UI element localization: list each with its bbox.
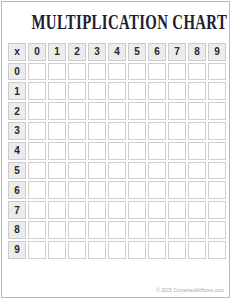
product-cell-r5-c6[interactable]	[148, 162, 166, 180]
product-cell-r6-c6[interactable]	[148, 181, 166, 199]
product-cell-r7-c3[interactable]	[88, 201, 106, 219]
product-cell-r0-c7[interactable]	[168, 63, 186, 81]
product-cell-r5-c2[interactable]	[68, 162, 86, 180]
product-cell-r1-c0[interactable]	[28, 82, 46, 100]
product-cell-r8-c7[interactable]	[168, 221, 186, 239]
product-cell-r9-c6[interactable]	[148, 241, 166, 259]
page-title: MULTIPLICATION CHART	[32, 8, 200, 36]
product-cell-r6-c9[interactable]	[208, 181, 226, 199]
col-header-cell-6: 6	[148, 43, 166, 61]
product-cell-r3-c0[interactable]	[28, 122, 46, 140]
product-cell-r3-c4[interactable]	[108, 122, 126, 140]
product-cell-r2-c7[interactable]	[168, 102, 186, 120]
col-header-cell-3: 3	[88, 43, 106, 61]
col-header-cell-0: 0	[28, 43, 46, 61]
product-cell-r7-c7[interactable]	[168, 201, 186, 219]
product-cell-r4-c3[interactable]	[88, 142, 106, 160]
product-cell-r9-c5[interactable]	[128, 241, 146, 259]
row-header-cell-4: 4	[8, 142, 26, 160]
product-cell-r0-c8[interactable]	[188, 63, 206, 81]
product-cell-r7-c5[interactable]	[128, 201, 146, 219]
product-cell-r4-c0[interactable]	[28, 142, 46, 160]
product-cell-r6-c8[interactable]	[188, 181, 206, 199]
product-cell-r7-c2[interactable]	[68, 201, 86, 219]
product-cell-r3-c2[interactable]	[68, 122, 86, 140]
product-cell-r4-c1[interactable]	[48, 142, 66, 160]
product-cell-r9-c9[interactable]	[208, 241, 226, 259]
product-cell-r3-c6[interactable]	[148, 122, 166, 140]
product-cell-r0-c6[interactable]	[148, 63, 166, 81]
product-cell-r6-c2[interactable]	[68, 181, 86, 199]
product-cell-r5-c5[interactable]	[128, 162, 146, 180]
product-cell-r7-c0[interactable]	[28, 201, 46, 219]
col-header-cell-1: 1	[48, 43, 66, 61]
product-cell-r4-c6[interactable]	[148, 142, 166, 160]
product-cell-r3-c3[interactable]	[88, 122, 106, 140]
product-cell-r1-c7[interactable]	[168, 82, 186, 100]
col-header-cell-7: 7	[168, 43, 186, 61]
product-cell-r1-c5[interactable]	[128, 82, 146, 100]
product-cell-r5-c7[interactable]	[168, 162, 186, 180]
product-cell-r8-c4[interactable]	[108, 221, 126, 239]
product-cell-r2-c8[interactable]	[188, 102, 206, 120]
product-cell-r8-c3[interactable]	[88, 221, 106, 239]
product-cell-r3-c5[interactable]	[128, 122, 146, 140]
row-header-cell-3: 3	[8, 122, 26, 140]
product-cell-r5-c1[interactable]	[48, 162, 66, 180]
row-header-cell-7: 7	[8, 201, 26, 219]
product-cell-r8-c2[interactable]	[68, 221, 86, 239]
row-header-cell-8: 8	[8, 221, 26, 239]
product-cell-r0-c3[interactable]	[88, 63, 106, 81]
product-cell-r8-c5[interactable]	[128, 221, 146, 239]
product-cell-r0-c9[interactable]	[208, 63, 226, 81]
product-cell-r0-c5[interactable]	[128, 63, 146, 81]
product-cell-r4-c5[interactable]	[128, 142, 146, 160]
corner-cell: x	[8, 43, 26, 61]
product-cell-r8-c8[interactable]	[188, 221, 206, 239]
product-cell-r9-c2[interactable]	[68, 241, 86, 259]
col-header-cell-4: 4	[108, 43, 126, 61]
copyright-text: © 2015 ContentedAtHome.com	[156, 288, 224, 294]
product-cell-r1-c8[interactable]	[188, 82, 206, 100]
col-header-cell-2: 2	[68, 43, 86, 61]
product-cell-r2-c3[interactable]	[88, 102, 106, 120]
worksheet-page: MULTIPLICATION CHART x012345678901234567…	[1, 1, 230, 298]
product-cell-r7-c9[interactable]	[208, 201, 226, 219]
product-cell-r9-c1[interactable]	[48, 241, 66, 259]
product-cell-r0-c4[interactable]	[108, 63, 126, 81]
col-header-cell-5: 5	[128, 43, 146, 61]
product-cell-r0-c0[interactable]	[28, 63, 46, 81]
row-header-cell-1: 1	[8, 82, 26, 100]
product-cell-r1-c1[interactable]	[48, 82, 66, 100]
product-cell-r4-c9[interactable]	[208, 142, 226, 160]
product-cell-r2-c5[interactable]	[128, 102, 146, 120]
product-cell-r6-c1[interactable]	[48, 181, 66, 199]
product-cell-r1-c9[interactable]	[208, 82, 226, 100]
product-cell-r6-c7[interactable]	[168, 181, 186, 199]
product-cell-r6-c5[interactable]	[128, 181, 146, 199]
product-cell-r3-c8[interactable]	[188, 122, 206, 140]
multiplication-chart-grid: x01234567890123456789	[8, 43, 226, 259]
product-cell-r0-c2[interactable]	[68, 63, 86, 81]
product-cell-r5-c9[interactable]	[208, 162, 226, 180]
product-cell-r2-c1[interactable]	[48, 102, 66, 120]
product-cell-r6-c0[interactable]	[28, 181, 46, 199]
product-cell-r6-c4[interactable]	[108, 181, 126, 199]
product-cell-r4-c2[interactable]	[68, 142, 86, 160]
product-cell-r5-c8[interactable]	[188, 162, 206, 180]
product-cell-r7-c4[interactable]	[108, 201, 126, 219]
product-cell-r9-c3[interactable]	[88, 241, 106, 259]
row-header-cell-2: 2	[8, 102, 26, 120]
product-cell-r8-c9[interactable]	[208, 221, 226, 239]
product-cell-r9-c7[interactable]	[168, 241, 186, 259]
product-cell-r1-c4[interactable]	[108, 82, 126, 100]
product-cell-r2-c0[interactable]	[28, 102, 46, 120]
product-cell-r9-c0[interactable]	[28, 241, 46, 259]
product-cell-r2-c4[interactable]	[108, 102, 126, 120]
col-header-cell-9: 9	[208, 43, 226, 61]
product-cell-r3-c7[interactable]	[168, 122, 186, 140]
product-cell-r1-c2[interactable]	[68, 82, 86, 100]
product-cell-r5-c3[interactable]	[88, 162, 106, 180]
product-cell-r0-c1[interactable]	[48, 63, 66, 81]
product-cell-r8-c6[interactable]	[148, 221, 166, 239]
product-cell-r7-c1[interactable]	[48, 201, 66, 219]
product-cell-r7-c8[interactable]	[188, 201, 206, 219]
col-header-cell-8: 8	[188, 43, 206, 61]
product-cell-r4-c4[interactable]	[108, 142, 126, 160]
product-cell-r8-c1[interactable]	[48, 221, 66, 239]
product-cell-r6-c3[interactable]	[88, 181, 106, 199]
product-cell-r8-c0[interactable]	[28, 221, 46, 239]
product-cell-r1-c3[interactable]	[88, 82, 106, 100]
row-header-cell-5: 5	[8, 162, 26, 180]
product-cell-r1-c6[interactable]	[148, 82, 166, 100]
product-cell-r4-c7[interactable]	[168, 142, 186, 160]
product-cell-r2-c9[interactable]	[208, 102, 226, 120]
product-cell-r3-c1[interactable]	[48, 122, 66, 140]
row-header-cell-0: 0	[8, 63, 26, 81]
product-cell-r5-c0[interactable]	[28, 162, 46, 180]
product-cell-r3-c9[interactable]	[208, 122, 226, 140]
row-header-cell-9: 9	[8, 241, 26, 259]
row-header-cell-6: 6	[8, 181, 26, 199]
product-cell-r9-c4[interactable]	[108, 241, 126, 259]
product-cell-r5-c4[interactable]	[108, 162, 126, 180]
product-cell-r7-c6[interactable]	[148, 201, 166, 219]
product-cell-r2-c6[interactable]	[148, 102, 166, 120]
product-cell-r2-c2[interactable]	[68, 102, 86, 120]
product-cell-r9-c8[interactable]	[188, 241, 206, 259]
product-cell-r4-c8[interactable]	[188, 142, 206, 160]
